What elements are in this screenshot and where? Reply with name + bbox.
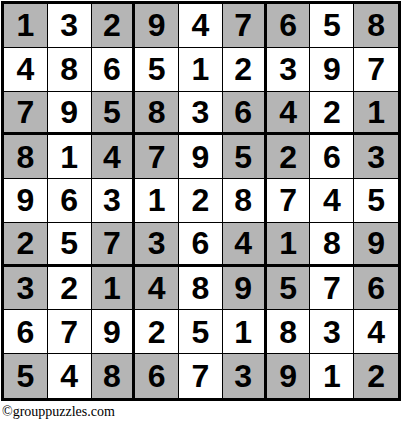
cell-r2c5: 1 bbox=[179, 48, 223, 92]
cell-r4c1: 8 bbox=[4, 135, 48, 179]
cell-r8c9: 4 bbox=[354, 310, 398, 354]
cell-r2c2: 8 bbox=[48, 48, 92, 92]
cell-r8c1: 6 bbox=[4, 310, 48, 354]
cell-r3c8: 2 bbox=[310, 92, 354, 136]
sudoku-board: 1329476584865123977958364218147952639631… bbox=[1, 1, 401, 401]
cell-r9c2: 4 bbox=[48, 354, 92, 398]
cell-r1c5: 4 bbox=[179, 4, 223, 48]
cell-r5c4: 1 bbox=[135, 179, 179, 223]
cell-r6c5: 6 bbox=[179, 223, 223, 267]
cell-r5c7: 7 bbox=[267, 179, 311, 223]
cell-r7c8: 7 bbox=[310, 267, 354, 311]
cell-r5c3: 3 bbox=[92, 179, 136, 223]
cell-r7c7: 5 bbox=[267, 267, 311, 311]
cell-r8c7: 8 bbox=[267, 310, 311, 354]
cell-r1c1: 1 bbox=[4, 4, 48, 48]
cell-r5c2: 6 bbox=[48, 179, 92, 223]
cell-r8c2: 7 bbox=[48, 310, 92, 354]
cell-r3c4: 8 bbox=[135, 92, 179, 136]
cell-r6c3: 7 bbox=[92, 223, 136, 267]
page: { "game": "sudoku", "state": "solved", "… bbox=[0, 0, 402, 424]
cell-r1c7: 6 bbox=[267, 4, 311, 48]
cell-r4c4: 7 bbox=[135, 135, 179, 179]
cell-r5c1: 9 bbox=[4, 179, 48, 223]
cell-r1c4: 9 bbox=[135, 4, 179, 48]
cell-r7c3: 1 bbox=[92, 267, 136, 311]
cell-r8c6: 1 bbox=[223, 310, 267, 354]
cell-r7c6: 9 bbox=[223, 267, 267, 311]
cell-r5c8: 4 bbox=[310, 179, 354, 223]
cell-r3c9: 1 bbox=[354, 92, 398, 136]
cell-r9c1: 5 bbox=[4, 354, 48, 398]
cell-r6c9: 9 bbox=[354, 223, 398, 267]
cell-r3c5: 3 bbox=[179, 92, 223, 136]
cell-r6c4: 3 bbox=[135, 223, 179, 267]
cell-r6c2: 5 bbox=[48, 223, 92, 267]
cell-r3c1: 7 bbox=[4, 92, 48, 136]
cell-r7c5: 8 bbox=[179, 267, 223, 311]
cell-r6c6: 4 bbox=[223, 223, 267, 267]
cell-r7c4: 4 bbox=[135, 267, 179, 311]
cell-r3c6: 6 bbox=[223, 92, 267, 136]
cell-r1c9: 8 bbox=[354, 4, 398, 48]
cell-r2c9: 7 bbox=[354, 48, 398, 92]
cell-r4c7: 2 bbox=[267, 135, 311, 179]
cell-r1c8: 5 bbox=[310, 4, 354, 48]
cell-r2c6: 2 bbox=[223, 48, 267, 92]
cell-r9c9: 2 bbox=[354, 354, 398, 398]
cell-r6c1: 2 bbox=[4, 223, 48, 267]
copyright-text: ©grouppuzzles.com bbox=[2, 404, 400, 422]
cell-r1c6: 7 bbox=[223, 4, 267, 48]
cell-r8c8: 3 bbox=[310, 310, 354, 354]
cell-r4c3: 4 bbox=[92, 135, 136, 179]
cell-r4c9: 3 bbox=[354, 135, 398, 179]
cell-r7c9: 6 bbox=[354, 267, 398, 311]
cell-r4c2: 1 bbox=[48, 135, 92, 179]
cell-r3c7: 4 bbox=[267, 92, 311, 136]
cell-r9c6: 3 bbox=[223, 354, 267, 398]
cell-r4c5: 9 bbox=[179, 135, 223, 179]
cell-r2c4: 5 bbox=[135, 48, 179, 92]
cell-r5c9: 5 bbox=[354, 179, 398, 223]
cell-r9c5: 7 bbox=[179, 354, 223, 398]
cell-r8c4: 2 bbox=[135, 310, 179, 354]
cell-r9c4: 6 bbox=[135, 354, 179, 398]
cell-r6c7: 1 bbox=[267, 223, 311, 267]
cell-r2c8: 9 bbox=[310, 48, 354, 92]
cell-r4c8: 6 bbox=[310, 135, 354, 179]
cell-r5c5: 2 bbox=[179, 179, 223, 223]
cell-r8c3: 9 bbox=[92, 310, 136, 354]
cell-r7c1: 3 bbox=[4, 267, 48, 311]
cell-r9c8: 1 bbox=[310, 354, 354, 398]
cell-r6c8: 8 bbox=[310, 223, 354, 267]
cell-r1c3: 2 bbox=[92, 4, 136, 48]
cell-r5c6: 8 bbox=[223, 179, 267, 223]
cell-r2c7: 3 bbox=[267, 48, 311, 92]
cell-r3c3: 5 bbox=[92, 92, 136, 136]
cell-r3c2: 9 bbox=[48, 92, 92, 136]
cell-r9c7: 9 bbox=[267, 354, 311, 398]
cell-r2c1: 4 bbox=[4, 48, 48, 92]
cell-r1c2: 3 bbox=[48, 4, 92, 48]
cell-r8c5: 5 bbox=[179, 310, 223, 354]
cell-r7c2: 2 bbox=[48, 267, 92, 311]
cell-r4c6: 5 bbox=[223, 135, 267, 179]
cell-r2c3: 6 bbox=[92, 48, 136, 92]
cell-r9c3: 8 bbox=[92, 354, 136, 398]
